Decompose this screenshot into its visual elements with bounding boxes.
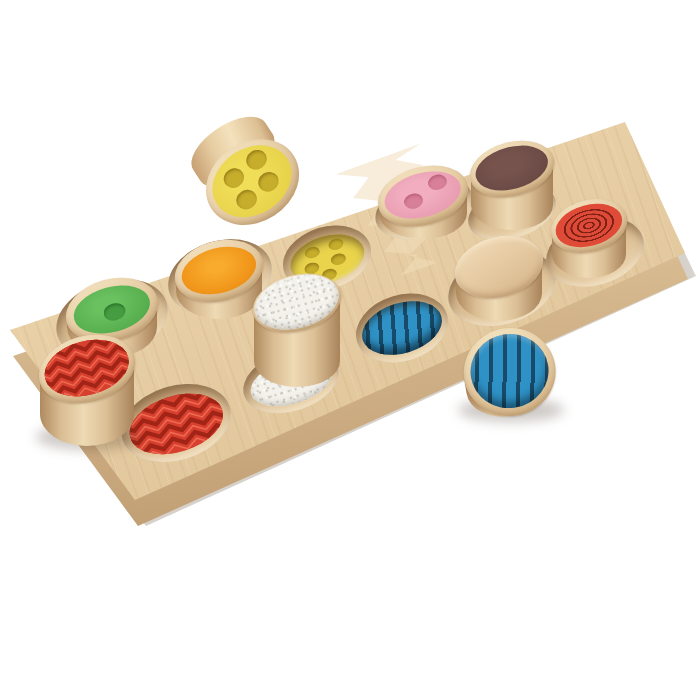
texture-dot xyxy=(402,192,424,211)
product-photo-scene xyxy=(0,0,700,700)
cylinder-top xyxy=(457,321,562,422)
texture-dot xyxy=(426,173,448,192)
texture-dot xyxy=(255,168,283,195)
texture-dot xyxy=(232,186,260,213)
texture-dot xyxy=(243,146,271,173)
texture-blue-ribbed xyxy=(465,328,554,413)
piece-yellow-dots-floating[interactable] xyxy=(173,100,319,245)
texture-dot xyxy=(304,245,322,260)
texture-dot xyxy=(330,252,348,267)
piece-blue-ribbed[interactable] xyxy=(455,319,565,429)
texture-dot xyxy=(102,301,128,323)
texture-dot xyxy=(327,237,345,252)
texture-dot xyxy=(220,164,248,191)
